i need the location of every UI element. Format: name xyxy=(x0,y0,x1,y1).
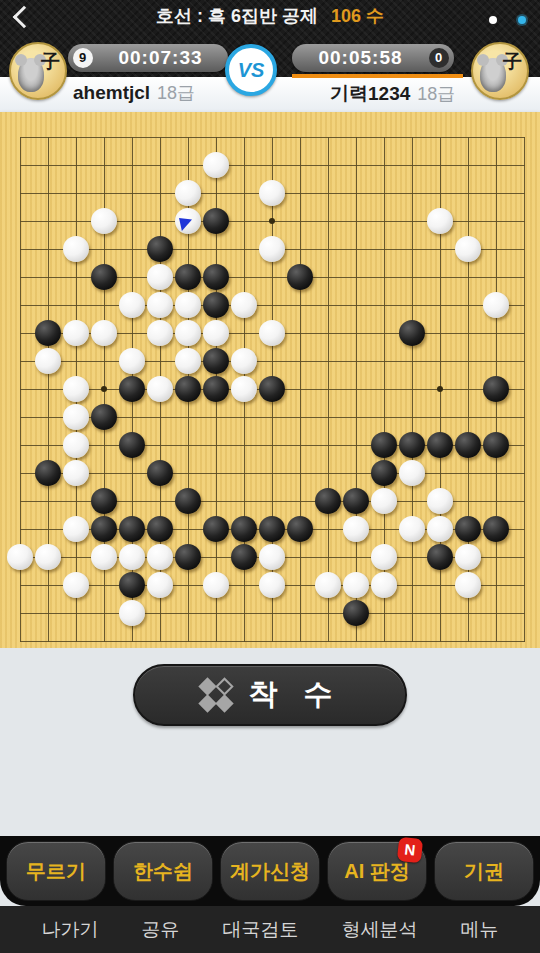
stone-black xyxy=(91,404,117,430)
stone-white xyxy=(35,348,61,374)
star-point xyxy=(269,218,275,224)
grid-line-v xyxy=(356,137,357,642)
stone-black xyxy=(35,460,61,486)
vs-circle: VS xyxy=(225,44,277,96)
stone-black xyxy=(483,432,509,458)
stone-white xyxy=(7,544,33,570)
undo-button[interactable]: 무르기 xyxy=(6,841,106,901)
app-root: 호선 : 흑 6집반 공제 106 수 9 00:07:33 00:05:58 … xyxy=(0,0,540,953)
stone-white xyxy=(259,572,285,598)
grid-line-v xyxy=(412,137,413,642)
star-point xyxy=(101,386,107,392)
place-stone-button[interactable]: 착 수 xyxy=(133,664,407,726)
right-name-text: 기력1234 xyxy=(330,83,410,104)
stone-black xyxy=(147,516,173,542)
stone-white xyxy=(119,292,145,318)
stone-white xyxy=(203,572,229,598)
stone-white xyxy=(371,572,397,598)
stone-black xyxy=(203,348,229,374)
stone-black xyxy=(483,516,509,542)
stone-black xyxy=(119,376,145,402)
stone-white xyxy=(147,292,173,318)
stone-white xyxy=(371,544,397,570)
stone-white xyxy=(259,236,285,262)
stone-black xyxy=(231,544,257,570)
stone-black xyxy=(371,460,397,486)
left-avatar-glyph: 子 xyxy=(41,49,60,75)
stone-white xyxy=(63,404,89,430)
stone-white xyxy=(231,292,257,318)
resign-label: 기권 xyxy=(464,858,504,885)
stone-black xyxy=(287,516,313,542)
grid-line-v xyxy=(328,137,329,642)
stone-black xyxy=(203,208,229,234)
go-board[interactable] xyxy=(0,112,540,648)
stone-white xyxy=(455,572,481,598)
stone-white xyxy=(427,516,453,542)
stone-black xyxy=(259,516,285,542)
counting-request-label: 계가신청 xyxy=(230,858,310,885)
stone-white xyxy=(231,376,257,402)
stone-white xyxy=(399,460,425,486)
stone-white xyxy=(63,460,89,486)
stone-white xyxy=(63,376,89,402)
command-button-band: 무르기 한수쉼 계가신청 AI 판정 N 기권 xyxy=(0,836,540,906)
turn-indicator-bar xyxy=(292,74,463,78)
right-rank: 18급 xyxy=(417,84,455,104)
star-point xyxy=(437,386,443,392)
stone-white xyxy=(231,348,257,374)
right-timer-pill: 00:05:58 0 xyxy=(292,44,454,72)
left-player-name: ahemtjcl18급 xyxy=(73,81,195,105)
stone-white xyxy=(63,320,89,346)
stone-black xyxy=(203,264,229,290)
right-timer: 00:05:58 xyxy=(292,47,429,69)
move-count: 106 수 xyxy=(331,6,384,26)
nav-game-review[interactable]: 대국검토 xyxy=(223,917,299,943)
title-text: 호선 : 흑 6집반 공제 xyxy=(156,6,318,26)
stone-black xyxy=(91,516,117,542)
stone-white xyxy=(147,264,173,290)
grid-line-v xyxy=(524,137,525,642)
stone-black xyxy=(287,264,313,290)
nav-exit[interactable]: 나가기 xyxy=(42,917,99,943)
stone-white xyxy=(455,236,481,262)
stone-white xyxy=(371,488,397,514)
new-badge: N xyxy=(397,837,423,863)
right-player-name: 기력123418급 xyxy=(330,81,455,107)
resign-button[interactable]: 기권 xyxy=(434,841,534,901)
pass-label: 한수쉼 xyxy=(133,858,193,885)
left-capture-badge: 9 xyxy=(73,48,93,68)
stone-black xyxy=(371,432,397,458)
stone-white xyxy=(175,320,201,346)
stone-black xyxy=(175,376,201,402)
stone-black xyxy=(119,516,145,542)
stone-white xyxy=(91,544,117,570)
page-indicator xyxy=(472,10,526,28)
page-dot[interactable] xyxy=(489,16,497,24)
stone-black xyxy=(119,432,145,458)
stone-black xyxy=(455,432,481,458)
stone-white xyxy=(147,572,173,598)
nav-position-analysis[interactable]: 형세분석 xyxy=(342,917,418,943)
nav-share[interactable]: 공유 xyxy=(142,917,180,943)
stone-white xyxy=(427,208,453,234)
stone-white xyxy=(203,152,229,178)
stone-white xyxy=(63,236,89,262)
grid-line-h xyxy=(20,641,525,642)
right-avatar-glyph: 子 xyxy=(503,49,522,75)
right-avatar[interactable]: 子 xyxy=(471,42,529,100)
grid-line-h xyxy=(20,473,525,474)
stone-white xyxy=(203,320,229,346)
stone-white xyxy=(63,572,89,598)
stone-black xyxy=(203,292,229,318)
stone-black xyxy=(91,488,117,514)
left-name-text: ahemtjcl xyxy=(73,82,150,103)
stone-black xyxy=(259,376,285,402)
stone-black xyxy=(315,488,341,514)
grid-line-v xyxy=(300,137,301,642)
bottom-nav: 나가기 공유 대국검토 형세분석 메뉴 xyxy=(0,906,540,953)
stone-white xyxy=(147,376,173,402)
stone-white xyxy=(91,320,117,346)
stone-white xyxy=(343,516,369,542)
stone-white xyxy=(35,544,61,570)
right-capture-badge: 0 xyxy=(429,48,449,68)
left-avatar[interactable]: 子 xyxy=(9,42,67,100)
place-stone-label: 착 수 xyxy=(248,675,341,715)
ai-judgement-button[interactable]: AI 판정 N xyxy=(327,841,427,901)
stone-white xyxy=(399,516,425,542)
stone-black xyxy=(203,376,229,402)
stone-white xyxy=(427,488,453,514)
left-timer-pill: 9 00:07:33 xyxy=(68,44,228,72)
stone-white xyxy=(259,544,285,570)
nav-menu[interactable]: 메뉴 xyxy=(461,917,499,943)
stone-black xyxy=(203,516,229,542)
stone-white xyxy=(63,516,89,542)
stone-white xyxy=(119,544,145,570)
stone-black xyxy=(35,320,61,346)
stone-black xyxy=(399,432,425,458)
counting-request-button[interactable]: 계가신청 xyxy=(220,841,320,901)
stone-white xyxy=(119,348,145,374)
stone-black xyxy=(119,572,145,598)
stone-white xyxy=(91,208,117,234)
stone-white xyxy=(455,544,481,570)
stone-black xyxy=(427,544,453,570)
pass-button[interactable]: 한수쉼 xyxy=(113,841,213,901)
stone-black xyxy=(343,488,369,514)
stone-black xyxy=(175,488,201,514)
stone-white xyxy=(175,180,201,206)
stone-white xyxy=(63,432,89,458)
stone-black xyxy=(175,544,201,570)
undo-label: 무르기 xyxy=(26,858,86,885)
stone-black xyxy=(483,376,509,402)
stones-icon xyxy=(198,677,234,713)
stone-black xyxy=(147,236,173,262)
grid-line-h xyxy=(20,613,525,614)
stone-black xyxy=(399,320,425,346)
stone-white xyxy=(119,600,145,626)
stone-white xyxy=(175,348,201,374)
stone-white xyxy=(147,320,173,346)
page-dot-active[interactable] xyxy=(518,16,526,24)
stone-black xyxy=(231,516,257,542)
stone-white xyxy=(259,320,285,346)
stone-black xyxy=(147,460,173,486)
left-timer: 00:07:33 xyxy=(93,47,228,69)
ai-judgement-label: AI 판정 xyxy=(344,858,410,885)
stone-white xyxy=(343,572,369,598)
stone-black xyxy=(343,600,369,626)
stone-white xyxy=(175,292,201,318)
stone-black xyxy=(455,516,481,542)
stone-white xyxy=(483,292,509,318)
stone-black xyxy=(91,264,117,290)
left-rank: 18급 xyxy=(157,83,195,103)
stone-white xyxy=(259,180,285,206)
stone-white xyxy=(147,544,173,570)
stone-black xyxy=(427,432,453,458)
stone-white xyxy=(315,572,341,598)
stone-black xyxy=(175,264,201,290)
game-title: 호선 : 흑 6집반 공제 106 수 xyxy=(0,4,540,28)
